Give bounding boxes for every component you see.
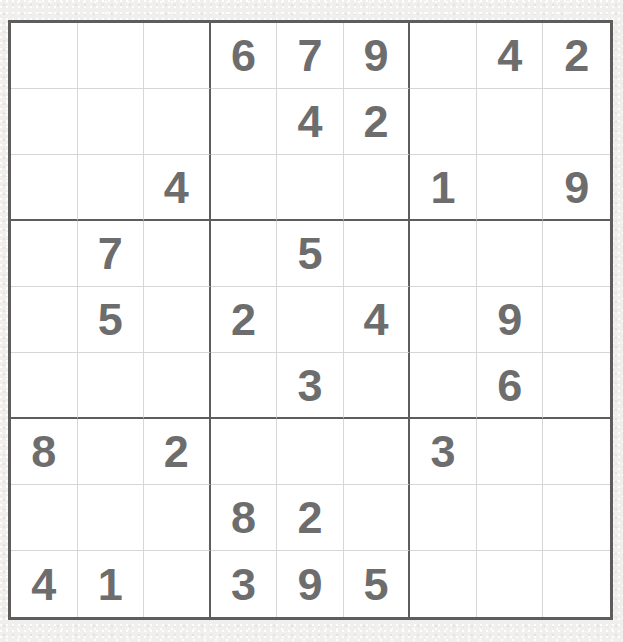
sudoku-board: 6794242419755249368238241395 bbox=[8, 20, 613, 620]
cell-r2c7-empty[interactable] bbox=[410, 89, 477, 155]
cell-r6c3-empty[interactable] bbox=[144, 353, 211, 419]
cell-r6c8-given-6[interactable]: 6 bbox=[477, 353, 544, 419]
cell-r3c4-empty[interactable] bbox=[211, 155, 278, 221]
cell-r4c7-empty[interactable] bbox=[410, 221, 477, 287]
cell-r8c3-empty[interactable] bbox=[144, 485, 211, 551]
cell-r7c3-given-2[interactable]: 2 bbox=[144, 419, 211, 485]
cell-r3c1-empty[interactable] bbox=[11, 155, 78, 221]
cell-r8c2-empty[interactable] bbox=[78, 485, 145, 551]
cell-r2c1-empty[interactable] bbox=[11, 89, 78, 155]
cell-r2c4-empty[interactable] bbox=[211, 89, 278, 155]
cell-r5c8-given-9[interactable]: 9 bbox=[477, 287, 544, 353]
cell-r4c3-empty[interactable] bbox=[144, 221, 211, 287]
cell-r6c4-empty[interactable] bbox=[211, 353, 278, 419]
cell-r5c4-given-2[interactable]: 2 bbox=[211, 287, 278, 353]
cell-r9c5-given-9[interactable]: 9 bbox=[277, 551, 344, 617]
cell-r6c7-empty[interactable] bbox=[410, 353, 477, 419]
cell-r1c3-empty[interactable] bbox=[144, 23, 211, 89]
cell-r1c9-given-2[interactable]: 2 bbox=[543, 23, 610, 89]
cell-r2c6-given-2[interactable]: 2 bbox=[344, 89, 411, 155]
cell-r9c9-empty[interactable] bbox=[543, 551, 610, 617]
cell-r5c5-empty[interactable] bbox=[277, 287, 344, 353]
cell-r4c2-given-7[interactable]: 7 bbox=[78, 221, 145, 287]
cell-r8c6-empty[interactable] bbox=[344, 485, 411, 551]
cell-r2c5-given-4[interactable]: 4 bbox=[277, 89, 344, 155]
cell-r8c8-empty[interactable] bbox=[477, 485, 544, 551]
cell-r9c8-empty[interactable] bbox=[477, 551, 544, 617]
cell-r6c5-given-3[interactable]: 3 bbox=[277, 353, 344, 419]
cell-r6c1-empty[interactable] bbox=[11, 353, 78, 419]
cell-r9c4-given-3[interactable]: 3 bbox=[211, 551, 278, 617]
cell-r9c2-given-1[interactable]: 1 bbox=[78, 551, 145, 617]
cell-r7c9-empty[interactable] bbox=[543, 419, 610, 485]
cell-r4c8-empty[interactable] bbox=[477, 221, 544, 287]
cell-r8c5-given-2[interactable]: 2 bbox=[277, 485, 344, 551]
cell-r4c1-empty[interactable] bbox=[11, 221, 78, 287]
cell-r7c2-empty[interactable] bbox=[78, 419, 145, 485]
cell-r5c6-given-4[interactable]: 4 bbox=[344, 287, 411, 353]
cell-r3c8-empty[interactable] bbox=[477, 155, 544, 221]
cell-r4c5-given-5[interactable]: 5 bbox=[277, 221, 344, 287]
cell-r4c4-empty[interactable] bbox=[211, 221, 278, 287]
cell-r1c6-given-9[interactable]: 9 bbox=[344, 23, 411, 89]
cell-r3c3-given-4[interactable]: 4 bbox=[144, 155, 211, 221]
cell-r9c1-given-4[interactable]: 4 bbox=[11, 551, 78, 617]
cell-r1c7-empty[interactable] bbox=[410, 23, 477, 89]
cell-r3c6-empty[interactable] bbox=[344, 155, 411, 221]
cell-r5c7-empty[interactable] bbox=[410, 287, 477, 353]
cell-r4c6-empty[interactable] bbox=[344, 221, 411, 287]
cell-r1c8-given-4[interactable]: 4 bbox=[477, 23, 544, 89]
cell-r3c7-given-1[interactable]: 1 bbox=[410, 155, 477, 221]
cell-r7c1-given-8[interactable]: 8 bbox=[11, 419, 78, 485]
cell-r6c9-empty[interactable] bbox=[543, 353, 610, 419]
cell-r2c3-empty[interactable] bbox=[144, 89, 211, 155]
cell-r6c6-empty[interactable] bbox=[344, 353, 411, 419]
cell-r9c6-given-5[interactable]: 5 bbox=[344, 551, 411, 617]
cell-r8c1-empty[interactable] bbox=[11, 485, 78, 551]
cell-r2c8-empty[interactable] bbox=[477, 89, 544, 155]
cell-r7c4-empty[interactable] bbox=[211, 419, 278, 485]
cell-r5c2-given-5[interactable]: 5 bbox=[78, 287, 145, 353]
cell-r2c2-empty[interactable] bbox=[78, 89, 145, 155]
cell-r1c4-given-6[interactable]: 6 bbox=[211, 23, 278, 89]
cell-r7c6-empty[interactable] bbox=[344, 419, 411, 485]
cell-r1c1-empty[interactable] bbox=[11, 23, 78, 89]
cell-r4c9-empty[interactable] bbox=[543, 221, 610, 287]
cell-r5c9-empty[interactable] bbox=[543, 287, 610, 353]
cell-r9c7-empty[interactable] bbox=[410, 551, 477, 617]
cell-r3c9-given-9[interactable]: 9 bbox=[543, 155, 610, 221]
cell-r6c2-empty[interactable] bbox=[78, 353, 145, 419]
cell-r3c2-empty[interactable] bbox=[78, 155, 145, 221]
cell-r3c5-empty[interactable] bbox=[277, 155, 344, 221]
cell-r7c8-empty[interactable] bbox=[477, 419, 544, 485]
cell-r2c9-empty[interactable] bbox=[543, 89, 610, 155]
cell-r8c9-empty[interactable] bbox=[543, 485, 610, 551]
cell-r1c2-empty[interactable] bbox=[78, 23, 145, 89]
cell-r5c3-empty[interactable] bbox=[144, 287, 211, 353]
cell-r7c5-empty[interactable] bbox=[277, 419, 344, 485]
cell-r5c1-empty[interactable] bbox=[11, 287, 78, 353]
cell-r8c4-given-8[interactable]: 8 bbox=[211, 485, 278, 551]
cell-r8c7-empty[interactable] bbox=[410, 485, 477, 551]
cell-r9c3-empty[interactable] bbox=[144, 551, 211, 617]
cell-r7c7-given-3[interactable]: 3 bbox=[410, 419, 477, 485]
cell-r1c5-given-7[interactable]: 7 bbox=[277, 23, 344, 89]
